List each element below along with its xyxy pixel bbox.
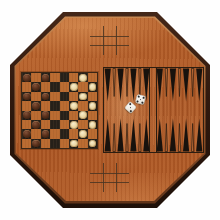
backgammon-point[interactable] — [191, 124, 193, 152]
checkers-square[interactable] — [69, 73, 78, 82]
checker-piece-light[interactable] — [79, 111, 87, 119]
checker-piece-dark[interactable] — [32, 121, 40, 129]
checkers-square[interactable] — [69, 92, 78, 101]
checkers-square[interactable] — [22, 139, 31, 148]
backgammon-point[interactable] — [105, 69, 111, 102]
checker-piece-light[interactable] — [79, 93, 87, 101]
die-pip — [142, 97, 144, 99]
checkers-square[interactable] — [31, 139, 40, 148]
checkers-square[interactable] — [60, 92, 69, 101]
checkers-square[interactable] — [69, 82, 78, 91]
backgammon-board[interactable] — [103, 67, 204, 153]
checkers-square[interactable] — [78, 82, 87, 91]
checker-piece-light[interactable] — [89, 102, 97, 110]
checkers-square[interactable] — [60, 129, 69, 138]
checkers-square[interactable] — [88, 73, 97, 82]
checkers-square[interactable] — [41, 120, 50, 129]
checker-piece-dark[interactable] — [23, 74, 31, 82]
checkers-square[interactable] — [31, 129, 40, 138]
checker-piece-dark[interactable] — [42, 74, 50, 82]
checkers-square[interactable] — [88, 101, 97, 110]
checker-piece-dark[interactable] — [42, 130, 50, 138]
checker-piece-light[interactable] — [89, 83, 97, 91]
checkers-square[interactable] — [31, 82, 40, 91]
checkers-square[interactable] — [78, 139, 87, 148]
checkers-square[interactable] — [22, 92, 31, 101]
checkers-square[interactable] — [50, 120, 59, 129]
backgammon-point[interactable] — [139, 124, 141, 152]
checkers-square[interactable] — [88, 120, 97, 129]
checkers-square[interactable] — [41, 73, 50, 82]
die-pip — [130, 109, 133, 112]
checkers-square[interactable] — [41, 111, 50, 120]
checkers-square[interactable] — [50, 73, 59, 82]
checkers-square[interactable] — [22, 111, 31, 120]
backgammon-point[interactable] — [178, 69, 180, 97]
checker-piece-light[interactable] — [89, 140, 97, 148]
checkers-square[interactable] — [50, 92, 59, 101]
checker-piece-dark[interactable] — [23, 130, 31, 138]
backgammon-point[interactable] — [117, 119, 123, 152]
checkers-square[interactable] — [31, 92, 40, 101]
backgammon-point[interactable] — [126, 69, 128, 97]
checker-piece-dark[interactable] — [32, 140, 40, 148]
checkers-square[interactable] — [60, 139, 69, 148]
backgammon-point[interactable] — [183, 119, 189, 152]
backgammon-board-graphic — [103, 67, 204, 153]
checkers-square[interactable] — [22, 120, 31, 129]
backgammon-point[interactable] — [196, 69, 202, 102]
checkers-board[interactable] — [22, 73, 97, 148]
checkers-square[interactable] — [88, 92, 97, 101]
backgammon-point[interactable] — [165, 69, 167, 97]
checkers-square[interactable] — [31, 111, 40, 120]
tic-tac-toe-grid-bottom[interactable] — [90, 163, 129, 192]
checkers-square[interactable] — [88, 139, 97, 148]
checkers-square[interactable] — [60, 73, 69, 82]
checkers-square[interactable] — [50, 82, 59, 91]
checkers-square[interactable] — [78, 92, 87, 101]
ttt-horizontal-line — [90, 182, 129, 183]
checkers-square[interactable] — [60, 82, 69, 91]
checkers-square[interactable] — [78, 111, 87, 120]
ttt-horizontal-line — [90, 36, 129, 37]
backgammon-point[interactable] — [170, 119, 176, 152]
checkers-square[interactable] — [69, 111, 78, 120]
checkers-square[interactable] — [22, 101, 31, 110]
checkers-square[interactable] — [50, 129, 59, 138]
checkers-square[interactable] — [41, 139, 50, 148]
ttt-horizontal-line — [90, 45, 129, 46]
backgammon-frame — [104, 68, 204, 153]
checkers-square[interactable] — [78, 73, 87, 82]
backgammon-point[interactable] — [130, 119, 136, 152]
checkers-square[interactable] — [69, 129, 78, 138]
checkers-square[interactable] — [88, 129, 97, 138]
checkers-square[interactable] — [88, 111, 97, 120]
checkers-square[interactable] — [31, 101, 40, 110]
checker-piece-light[interactable] — [70, 121, 78, 129]
checkers-square[interactable] — [50, 139, 59, 148]
backgammon-point[interactable] — [165, 124, 167, 152]
backgammon-point[interactable] — [196, 119, 202, 152]
checker-piece-dark[interactable] — [23, 111, 31, 119]
checkers-square[interactable] — [41, 101, 50, 110]
backgammon-point[interactable] — [139, 69, 141, 97]
checker-piece-light[interactable] — [70, 140, 78, 148]
die-pip — [137, 100, 139, 102]
checkers-square[interactable] — [69, 139, 78, 148]
ttt-vertical-line — [103, 26, 104, 55]
backgammon-point[interactable] — [178, 124, 180, 152]
checkers-square[interactable] — [50, 111, 59, 120]
checker-piece-light[interactable] — [70, 83, 78, 91]
ttt-vertical-line — [116, 26, 117, 55]
checker-piece-light[interactable] — [70, 102, 78, 110]
checkers-square[interactable] — [69, 101, 78, 110]
ttt-horizontal-line — [90, 173, 129, 174]
backgammon-point[interactable] — [191, 69, 193, 97]
die-pip — [141, 101, 143, 103]
backgammon-point[interactable] — [183, 69, 189, 102]
checkers-square[interactable] — [41, 92, 50, 101]
checkers-square[interactable] — [78, 101, 87, 110]
checkers-square[interactable] — [22, 73, 31, 82]
backgammon-point[interactable] — [105, 119, 111, 152]
checkers-square[interactable] — [60, 111, 69, 120]
checkers-square[interactable] — [31, 73, 40, 82]
checkers-square[interactable] — [60, 120, 69, 129]
checkers-square[interactable] — [69, 120, 78, 129]
checker-piece-light[interactable] — [79, 74, 87, 82]
checker-piece-dark[interactable] — [23, 93, 31, 101]
backgammon-point[interactable] — [157, 119, 163, 152]
checkers-square[interactable] — [22, 82, 31, 91]
backgammon-point[interactable] — [170, 69, 176, 102]
checker-piece-light[interactable] — [79, 130, 87, 138]
checkers-square[interactable] — [41, 82, 50, 91]
checkers-square[interactable] — [60, 101, 69, 110]
backgammon-point[interactable] — [117, 69, 123, 102]
checkers-square[interactable] — [78, 120, 87, 129]
checkers-square[interactable] — [88, 82, 97, 91]
checkers-square[interactable] — [78, 129, 87, 138]
game-table-photo — [0, 0, 220, 220]
ttt-vertical-line — [116, 163, 117, 192]
checker-piece-light[interactable] — [89, 121, 97, 129]
backgammon-point[interactable] — [157, 69, 163, 102]
tic-tac-toe-grid-top[interactable] — [90, 26, 129, 55]
checker-piece-dark[interactable] — [42, 93, 50, 101]
checker-piece-dark[interactable] — [32, 83, 40, 91]
backgammon-point[interactable] — [143, 119, 149, 152]
backgammon-point[interactable] — [113, 69, 115, 97]
checker-piece-dark[interactable] — [42, 111, 50, 119]
checkers-square[interactable] — [31, 120, 40, 129]
checker-piece-dark[interactable] — [32, 102, 40, 110]
checkers-square[interactable] — [50, 101, 59, 110]
checkers-square[interactable] — [22, 129, 31, 138]
backgammon-point[interactable] — [126, 124, 128, 152]
ttt-vertical-line — [103, 163, 104, 192]
backgammon-point[interactable] — [113, 124, 115, 152]
checkers-square[interactable] — [41, 129, 50, 138]
